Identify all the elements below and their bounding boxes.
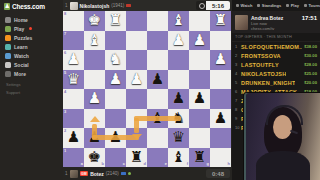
bottom-player-flag-icon	[121, 172, 126, 176]
gifter-row[interactable]: 4NIKOLASTOJSH$25.00	[232, 69, 320, 78]
gifter-name: SLOFOQUETHEMOM…	[241, 44, 302, 50]
sidebar-item-home[interactable]: Home	[0, 15, 63, 24]
sidebar-footer-link[interactable]: Support	[6, 90, 63, 95]
sidebar-item-puzzles[interactable]: Puzzles	[0, 33, 63, 42]
black-queen: ♛	[168, 128, 189, 148]
white-pawn: ♟	[210, 50, 231, 70]
panel-tab-watch[interactable]: Watch	[236, 3, 252, 8]
sidebar-item-more[interactable]: More	[0, 69, 63, 78]
rank-label: 3	[64, 110, 66, 114]
square-h2[interactable]	[210, 128, 231, 148]
file-label: f	[187, 162, 188, 166]
square-b8[interactable]: ♚	[84, 11, 105, 31]
gifter-row[interactable]: 3LASTOUTFLY$28.00	[232, 60, 320, 69]
square-c1[interactable]: c	[105, 148, 126, 168]
square-h8[interactable]: ♜	[210, 11, 231, 31]
top-player-avatar[interactable]	[70, 2, 78, 10]
top-clock-value: 5:16	[206, 1, 230, 10]
white-rook: ♜	[210, 11, 231, 31]
file-label: c	[123, 162, 125, 166]
top-player-bar: 1 Nikolastojsh (1941) 5:16	[63, 0, 232, 11]
black-pawn: ♟	[168, 89, 189, 109]
white-pawn: ♟	[105, 70, 126, 90]
square-c7[interactable]	[105, 31, 126, 51]
webcam-overlay	[244, 93, 320, 180]
square-a4[interactable]: 4	[63, 89, 84, 109]
square-c6[interactable]: ♞	[105, 50, 126, 70]
square-d5[interactable]: ♟	[126, 70, 147, 90]
square-d1[interactable]: d♜	[126, 148, 147, 168]
bottom-player-rating: (2140)	[106, 171, 119, 176]
bottom-clock-value: 0:48	[206, 169, 230, 178]
headphones-icon	[266, 105, 303, 125]
square-b6[interactable]	[84, 50, 105, 70]
square-g7[interactable]: ♟	[189, 31, 210, 51]
black-pawn: ♟	[210, 109, 231, 129]
sidebar-item-watch[interactable]: Watch	[0, 51, 63, 60]
square-f7[interactable]: ♟	[168, 31, 189, 51]
panel-tab-tournaments[interactable]: Tournaments	[304, 3, 320, 8]
gifters-section-label: TOP GIFTERS · THIS MONTH	[232, 33, 320, 42]
square-c2[interactable]: ♟	[105, 128, 126, 148]
square-a3[interactable]: 3	[63, 109, 84, 129]
square-h1[interactable]: h	[210, 148, 231, 168]
white-king: ♚	[84, 11, 105, 31]
square-g2[interactable]	[189, 128, 210, 148]
gifter-name: LASTOUTFLY	[241, 62, 279, 68]
gifter-amount: $25.00	[302, 71, 317, 76]
logo-pawn-icon	[4, 3, 10, 10]
bottom-player-bar: 1 GM Botez (2140) 0:48	[63, 167, 232, 180]
rank-label: 8	[64, 12, 66, 16]
white-rook: ♜	[105, 11, 126, 31]
square-b7[interactable]: ♝	[84, 31, 105, 51]
square-c8[interactable]: ♜	[105, 11, 126, 31]
square-e4[interactable]	[147, 89, 168, 109]
more-icon	[5, 71, 11, 77]
square-g4[interactable]: ♟	[189, 89, 210, 109]
square-e3[interactable]: ♝	[147, 109, 168, 129]
square-d8[interactable]	[126, 11, 147, 31]
square-g5[interactable]	[189, 70, 210, 90]
sidebar-item-label: Home	[14, 17, 28, 23]
square-e6[interactable]	[147, 50, 168, 70]
gifter-amount: $38.00	[302, 44, 317, 49]
black-knight: ♞	[168, 109, 189, 129]
clock-icon	[196, 1, 206, 10]
rank-label: 5	[64, 71, 66, 75]
square-f6[interactable]	[168, 50, 189, 70]
streamer-avatar	[235, 15, 248, 30]
bottom-player-avatar[interactable]	[70, 170, 78, 178]
file-label: b	[102, 162, 104, 166]
sidebar-nav: HomePlayPuzzlesLearnWatchSocialMore	[0, 15, 63, 78]
file-label: a	[81, 162, 83, 166]
square-f4[interactable]: ♟	[168, 89, 189, 109]
tab-label: Tournaments	[308, 3, 320, 8]
white-pawn: ♟	[189, 31, 210, 51]
white-bishop: ♝	[84, 31, 105, 51]
top-player-rating: (1941)	[111, 3, 124, 8]
sidebar-item-label: Play	[14, 26, 24, 32]
square-e2[interactable]	[147, 128, 168, 148]
tab-icon	[286, 4, 289, 7]
square-h7[interactable]	[210, 31, 231, 51]
rank-label: 1	[64, 149, 66, 153]
square-g3[interactable]	[189, 109, 210, 129]
black-pawn: ♟	[105, 128, 126, 148]
file-label: h	[228, 162, 230, 166]
sidebar-item-label: Learn	[14, 44, 28, 50]
file-label: e	[165, 162, 167, 166]
gifter-amount: $30.00	[302, 53, 317, 58]
tab-icon	[236, 4, 239, 7]
square-f1[interactable]: f♝	[168, 148, 189, 168]
white-pawn: ♟	[168, 31, 189, 51]
online-dot-icon	[128, 172, 131, 175]
streamer-card[interactable]: Andrea Botez Live now chess.com/tv 17:51	[232, 12, 320, 33]
square-a5[interactable]: 5♛	[63, 70, 84, 90]
puzzles-icon	[5, 35, 11, 41]
white-pawn: ♟	[84, 89, 105, 109]
learn-icon	[5, 44, 11, 50]
sidebar-item-label: Watch	[14, 53, 29, 59]
square-b4[interactable]: ♟	[84, 89, 105, 109]
black-pawn: ♟	[84, 128, 105, 148]
tab-label: Standings	[262, 3, 281, 8]
black-pawn: ♟	[189, 89, 210, 109]
panel-tabs: WatchStandingsPlayTournaments	[232, 0, 320, 12]
top-player-index: 1	[65, 3, 68, 8]
square-d3[interactable]	[126, 109, 147, 129]
gifter-row[interactable]: 5DRUNKEN_KNIGHT$20.00	[232, 78, 320, 87]
panel-tab-play[interactable]: Play	[286, 3, 299, 8]
square-g8[interactable]	[189, 11, 210, 31]
square-h6[interactable]: ♟	[210, 50, 231, 70]
tab-label: Watch	[241, 3, 253, 8]
gifter-name: DRUNKEN_KNIGHT	[241, 80, 295, 86]
sidebar-footer-link[interactable]: Settings	[6, 82, 63, 87]
square-a1[interactable]: 1a	[63, 148, 84, 168]
gifter-name: FRONTSSOVA	[241, 53, 281, 59]
white-pawn: ♟	[126, 70, 147, 90]
square-c3[interactable]	[105, 109, 126, 129]
square-c5[interactable]: ♟	[105, 70, 126, 90]
square-a8[interactable]: 8	[63, 11, 84, 31]
rank-label: 6	[64, 51, 66, 55]
square-f2[interactable]: ♛	[168, 128, 189, 148]
square-h4[interactable]	[210, 89, 231, 109]
streamer-subline-2: chess.com/tv	[251, 26, 283, 31]
gifter-name: NIKOLASTOJSH	[241, 71, 286, 77]
sidebar-item-learn[interactable]: Learn	[0, 42, 63, 51]
square-f8[interactable]: ♝	[168, 11, 189, 31]
file-label: d	[144, 162, 146, 166]
rank-label: 4	[64, 90, 66, 94]
square-d7[interactable]	[126, 31, 147, 51]
rank-label: 2	[64, 129, 66, 133]
square-g1[interactable]: g♜	[189, 148, 210, 168]
tab-label: Play	[291, 3, 299, 8]
black-bishop: ♝	[147, 109, 168, 129]
sidebar-footer-links: SettingsSupport	[0, 82, 63, 95]
tab-icon	[304, 4, 307, 7]
sidebar-item-social[interactable]: Social	[0, 60, 63, 69]
square-g6[interactable]	[189, 50, 210, 70]
top-player-name[interactable]: Nikolastojsh	[80, 3, 110, 9]
home-icon	[5, 17, 11, 23]
stream-timer: 17:51	[302, 15, 317, 31]
square-b5[interactable]	[84, 70, 105, 90]
chess-com-stream-screen: Chess.com HomePlayPuzzlesLearnWatchSocia…	[0, 0, 320, 180]
sidebar-item-play[interactable]: Play	[0, 24, 63, 33]
square-f3[interactable]: ♞	[168, 109, 189, 129]
watch-icon	[5, 53, 11, 59]
sidebar-item-label: Social	[14, 62, 29, 68]
square-d6[interactable]	[126, 50, 147, 70]
gifter-amount: $28.00	[302, 62, 317, 67]
panel-tab-standings[interactable]: Standings	[257, 3, 281, 8]
square-h3[interactable]: ♟	[210, 109, 231, 129]
bottom-player-name[interactable]: Botez	[90, 171, 104, 177]
square-b1[interactable]: b♚	[84, 148, 105, 168]
top-player-flag-icon	[126, 4, 131, 8]
sidebar-item-label: Puzzles	[14, 35, 32, 41]
square-a7[interactable]: 7	[63, 31, 84, 51]
square-c4[interactable]	[105, 89, 126, 109]
chess-board[interactable]: 8♚♜♝♜7♝♟♟6♟♞♟5♛♟♟♟4♟♟♟3♝♞♟2♟♟♟♛1ab♚cd♜ef…	[63, 11, 231, 167]
file-label: g	[207, 162, 209, 166]
gifter-row[interactable]: 2FRONTSSOVA$30.00	[232, 51, 320, 60]
notification-badge	[29, 27, 32, 30]
white-knight: ♞	[105, 50, 126, 70]
square-b3[interactable]	[84, 109, 105, 129]
bottom-clock: 0:48	[206, 169, 230, 178]
gifter-row[interactable]: 1SLOFOQUETHEMOM…$38.00	[232, 42, 320, 51]
rank-label: 7	[64, 32, 66, 36]
square-d4[interactable]	[126, 89, 147, 109]
play-icon	[5, 26, 11, 32]
logo-text: Chess.com	[12, 3, 45, 10]
square-a2[interactable]: 2♟	[63, 128, 84, 148]
chess-com-logo[interactable]: Chess.com	[0, 0, 63, 12]
square-f5[interactable]	[168, 70, 189, 90]
square-d2[interactable]	[126, 128, 147, 148]
tab-icon	[257, 4, 260, 7]
square-b2[interactable]: ♟	[84, 128, 105, 148]
square-e7[interactable]	[147, 31, 168, 51]
black-pawn: ♟	[147, 70, 168, 90]
title-badge: GM	[80, 171, 89, 176]
sidebar: Chess.com HomePlayPuzzlesLearnWatchSocia…	[0, 0, 63, 180]
square-e5[interactable]: ♟	[147, 70, 168, 90]
square-h5[interactable]	[210, 70, 231, 90]
square-e8[interactable]	[147, 11, 168, 31]
square-e1[interactable]: e	[147, 148, 168, 168]
bottom-player-index: 1	[65, 171, 68, 176]
sidebar-item-label: More	[14, 71, 26, 77]
top-clock: 5:16	[196, 1, 230, 10]
social-icon	[5, 62, 11, 68]
gifter-amount: $20.00	[302, 80, 317, 85]
square-a6[interactable]: 6♟	[63, 50, 84, 70]
white-bishop: ♝	[168, 11, 189, 31]
